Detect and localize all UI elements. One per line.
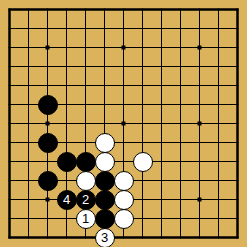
stones-layer: 4213 [0, 0, 247, 247]
white-stone-move-1[interactable]: 1 [76, 209, 96, 229]
white-stone[interactable] [95, 152, 115, 172]
white-stone[interactable] [114, 171, 134, 191]
black-stone[interactable] [95, 190, 115, 210]
black-stone[interactable] [76, 152, 96, 172]
black-stone[interactable] [38, 95, 58, 115]
move-number: 4 [63, 193, 70, 206]
black-stone-move-2[interactable]: 2 [76, 190, 96, 210]
black-stone[interactable] [38, 171, 58, 191]
black-stone[interactable] [95, 209, 115, 229]
move-number: 1 [82, 212, 89, 225]
move-number: 2 [82, 193, 89, 206]
white-stone[interactable] [76, 171, 96, 191]
move-number: 3 [101, 231, 108, 244]
white-stone[interactable] [95, 133, 115, 153]
white-stone[interactable] [114, 190, 134, 210]
black-stone[interactable] [95, 171, 115, 191]
black-stone[interactable] [38, 133, 58, 153]
go-board-diagram[interactable]: 4213 [0, 0, 247, 247]
white-stone[interactable] [114, 209, 134, 229]
black-stone-move-4[interactable]: 4 [57, 190, 77, 210]
white-stone-move-3[interactable]: 3 [95, 228, 115, 247]
black-stone[interactable] [57, 152, 77, 172]
white-stone[interactable] [133, 152, 153, 172]
